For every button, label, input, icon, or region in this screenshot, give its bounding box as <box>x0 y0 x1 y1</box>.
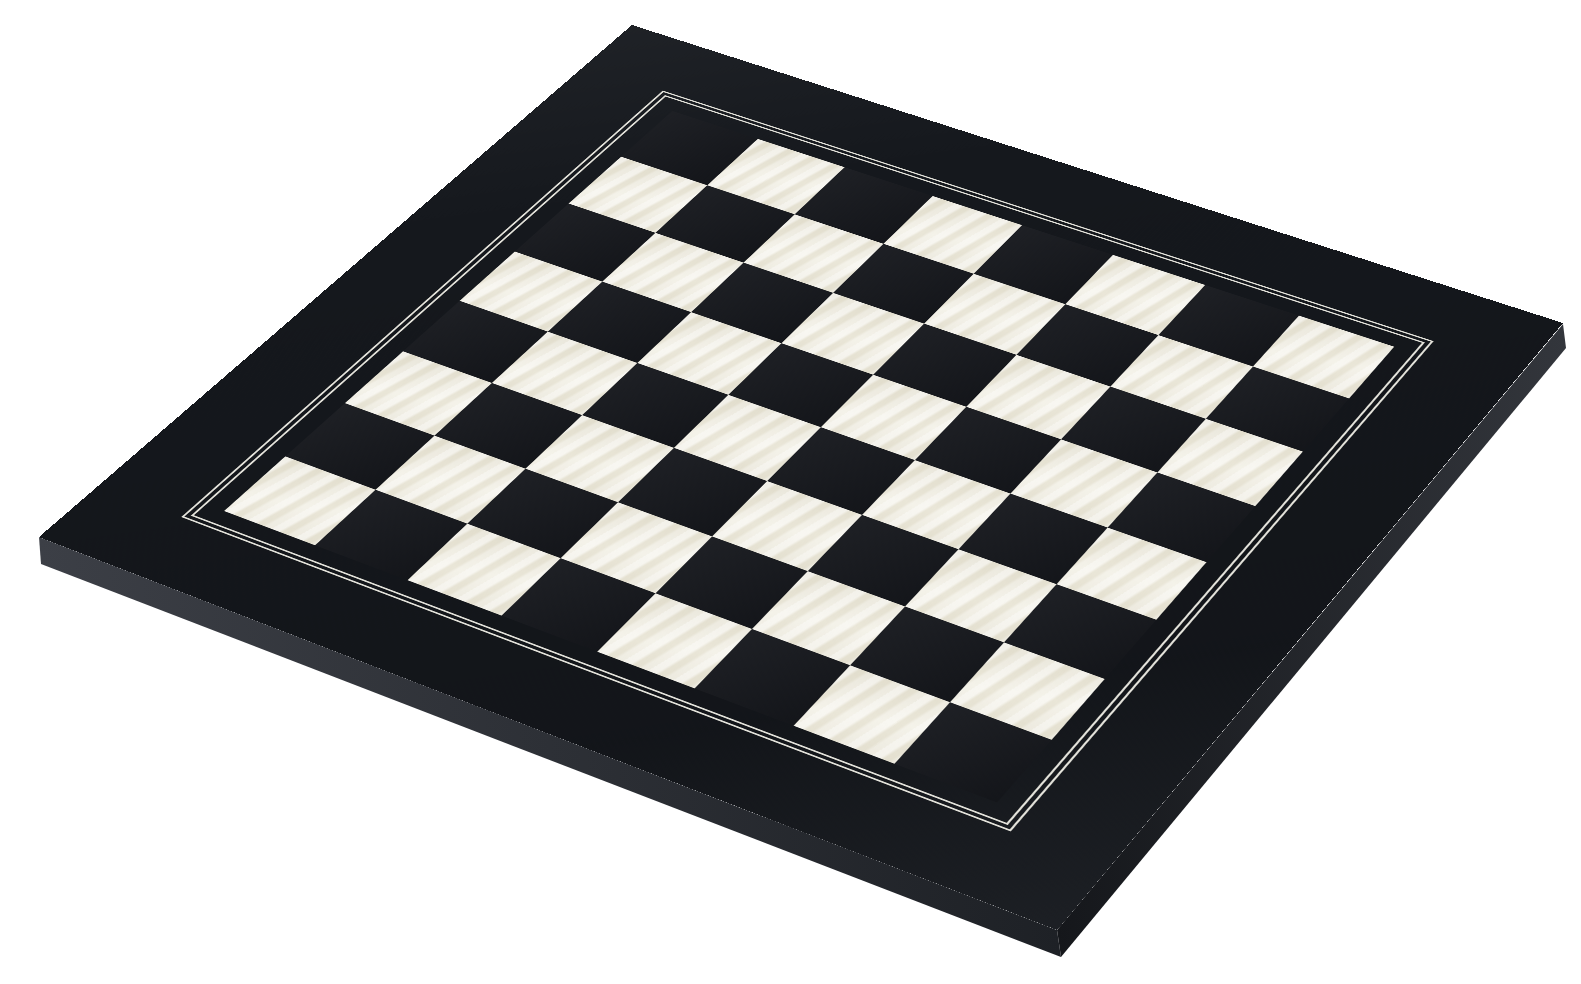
product-photo-canvas <box>0 0 1581 984</box>
